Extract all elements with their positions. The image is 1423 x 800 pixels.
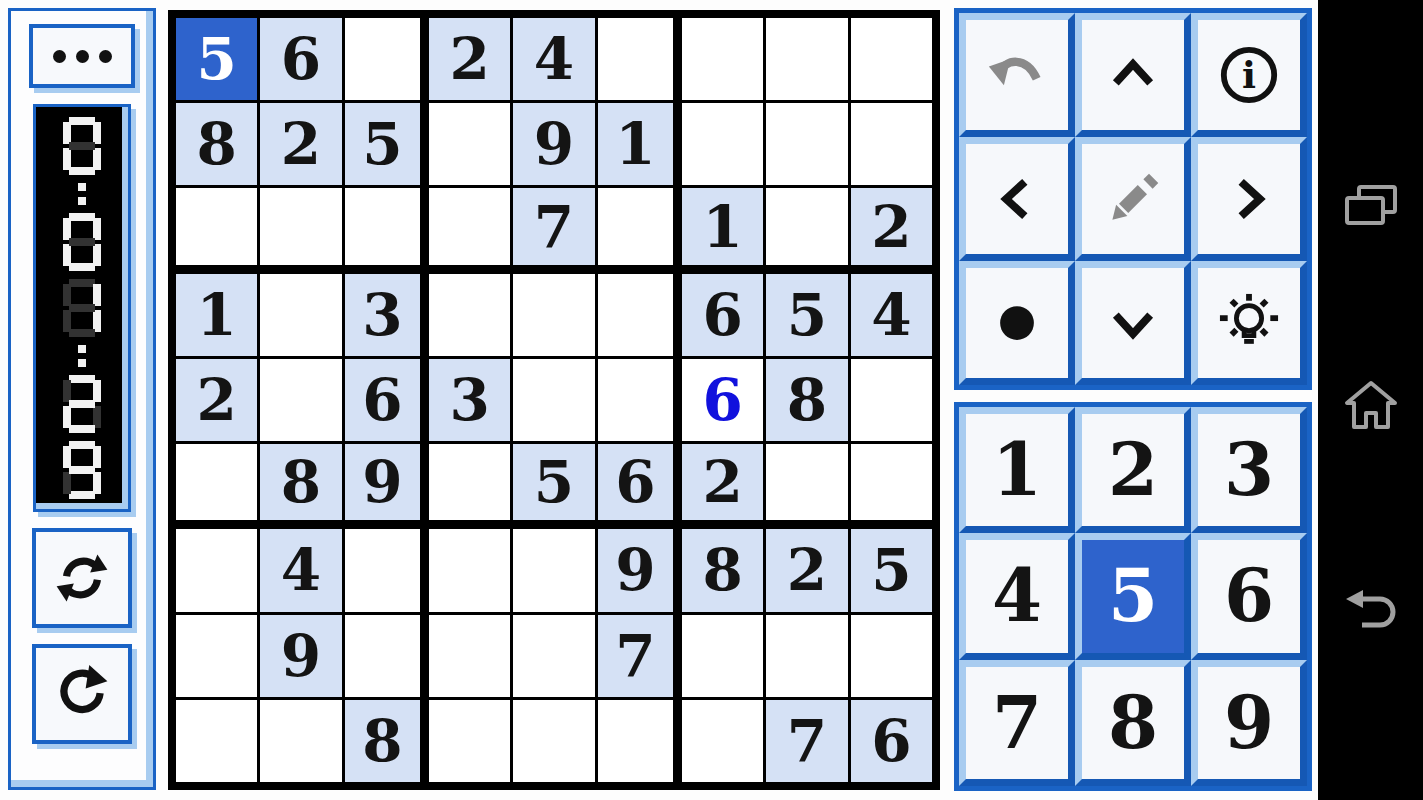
left-toolbar	[8, 8, 156, 790]
cell-r5c3[interactable]: 6	[345, 359, 426, 441]
cell-r7c1[interactable]	[176, 529, 257, 611]
cell-r7c7[interactable]: 8	[682, 529, 763, 611]
cell-r5c5[interactable]	[513, 359, 594, 441]
cell-r2c1[interactable]: 8	[176, 103, 257, 185]
cell-r1c1[interactable]: 5	[176, 18, 257, 100]
info-button[interactable]: i	[1191, 13, 1307, 137]
redo-button[interactable]	[32, 644, 132, 744]
cell-r7c6[interactable]: 9	[598, 529, 679, 611]
cell-r9c1[interactable]	[176, 700, 257, 782]
chevron-right-icon	[1224, 174, 1274, 224]
clock-digit-0	[63, 117, 101, 175]
cell-r9c3[interactable]: 8	[345, 700, 426, 782]
cell-r5c6[interactable]	[598, 359, 679, 441]
cell-r2c4[interactable]	[429, 103, 510, 185]
numpad-key-8[interactable]: 8	[1075, 660, 1191, 786]
cell-r6c6[interactable]: 6	[598, 444, 679, 526]
cell-r9c2[interactable]	[260, 700, 341, 782]
cell-r9c5[interactable]	[513, 700, 594, 782]
cell-r6c1[interactable]	[176, 444, 257, 526]
pencil-icon	[1103, 169, 1163, 229]
cell-r1c8[interactable]	[766, 18, 847, 100]
cell-r2c5[interactable]: 9	[513, 103, 594, 185]
undo-icon	[987, 45, 1047, 105]
clock-colon	[63, 343, 101, 369]
recent-apps-icon	[1343, 185, 1399, 229]
back-button[interactable]	[1318, 575, 1423, 645]
cell-r3c9[interactable]: 2	[851, 188, 932, 270]
cell-r8c7[interactable]	[682, 615, 763, 697]
clock-digit-9	[63, 441, 101, 499]
cell-r5c4[interactable]: 3	[429, 359, 510, 441]
numpad-key-2[interactable]: 2	[1075, 407, 1191, 533]
cell-r7c4[interactable]	[429, 529, 510, 611]
more-options-icon	[53, 50, 66, 63]
hint-button[interactable]	[1191, 261, 1307, 385]
restart-sync-icon	[53, 549, 111, 607]
cell-r6c3[interactable]: 9	[345, 444, 426, 526]
cell-r4c3[interactable]: 3	[345, 274, 426, 356]
cell-r4c8[interactable]: 5	[766, 274, 847, 356]
home-icon	[1343, 379, 1399, 431]
cell-r2c6[interactable]: 1	[598, 103, 679, 185]
svg-text:i: i	[1242, 53, 1256, 97]
cell-r2c7[interactable]	[682, 103, 763, 185]
numpad: 123456789	[954, 402, 1312, 791]
cell-r1c7[interactable]	[682, 18, 763, 100]
cell-r8c4[interactable]	[429, 615, 510, 697]
cell-r8c2[interactable]: 9	[260, 615, 341, 697]
cell-r4c5[interactable]	[513, 274, 594, 356]
info-icon: i	[1218, 44, 1280, 106]
move-up-button[interactable]	[1075, 13, 1191, 137]
cell-r3c5[interactable]: 7	[513, 188, 594, 270]
restart-button[interactable]	[32, 528, 132, 628]
numpad-key-3[interactable]: 3	[1191, 407, 1307, 533]
cell-r7c8[interactable]: 2	[766, 529, 847, 611]
cell-r3c3[interactable]	[345, 188, 426, 270]
numpad-key-9[interactable]: 9	[1191, 660, 1307, 786]
cell-r5c9[interactable]	[851, 359, 932, 441]
sudoku-board: 5624825917121365426368895624982597876	[176, 18, 932, 782]
sudoku-app: 5624825917121365426368895624982597876 i	[0, 0, 1423, 800]
cell-r8c1[interactable]	[176, 615, 257, 697]
cell-r4c7[interactable]: 6	[682, 274, 763, 356]
more-options-button[interactable]	[29, 24, 135, 88]
cell-r2c9[interactable]	[851, 103, 932, 185]
clock-digit-2	[63, 375, 101, 433]
cell-r7c9[interactable]: 5	[851, 529, 932, 611]
cell-r3c1[interactable]	[176, 188, 257, 270]
move-left-button[interactable]	[959, 137, 1075, 261]
cell-r4c6[interactable]	[598, 274, 679, 356]
cell-r9c6[interactable]	[598, 700, 679, 782]
cell-r6c7[interactable]: 2	[682, 444, 763, 526]
move-right-button[interactable]	[1191, 137, 1307, 261]
cell-r6c9[interactable]	[851, 444, 932, 526]
cell-r4c1[interactable]: 1	[176, 274, 257, 356]
numpad-key-5[interactable]: 5	[1075, 533, 1191, 659]
recent-apps-button[interactable]	[1318, 172, 1423, 242]
cell-r9c4[interactable]	[429, 700, 510, 782]
cell-r4c2[interactable]	[260, 274, 341, 356]
numpad-key-7[interactable]: 7	[959, 660, 1075, 786]
cell-r7c2[interactable]: 4	[260, 529, 341, 611]
lightbulb-hint-icon	[1218, 292, 1280, 354]
clock-colon	[63, 181, 101, 207]
cell-r1c6[interactable]	[598, 18, 679, 100]
cell-r2c3[interactable]: 5	[345, 103, 426, 185]
back-icon	[1342, 589, 1400, 631]
cell-r1c2[interactable]: 6	[260, 18, 341, 100]
numpad-key-1[interactable]: 1	[959, 407, 1075, 533]
clock-display	[33, 104, 131, 512]
cell-r6c4[interactable]	[429, 444, 510, 526]
cell-r1c9[interactable]	[851, 18, 932, 100]
cell-r6c2[interactable]: 8	[260, 444, 341, 526]
cell-r6c5[interactable]: 5	[513, 444, 594, 526]
filled-circle-icon	[987, 293, 1047, 353]
redo-icon	[53, 665, 111, 723]
sudoku-board-frame: 5624825917121365426368895624982597876	[168, 10, 940, 790]
cell-r8c3[interactable]	[345, 615, 426, 697]
chevron-left-icon	[992, 174, 1042, 224]
cell-r8c9[interactable]	[851, 615, 932, 697]
android-navbar	[1318, 0, 1423, 800]
cell-r7c3[interactable]	[345, 529, 426, 611]
clock-digit-0	[63, 213, 101, 271]
cell-r3c2[interactable]	[260, 188, 341, 270]
numpad-key-4[interactable]: 4	[959, 533, 1075, 659]
clock-digit-1	[63, 279, 101, 337]
cell-r7c5[interactable]	[513, 529, 594, 611]
cell-r8c8[interactable]	[766, 615, 847, 697]
cell-r6c8[interactable]	[766, 444, 847, 526]
pencil-notes-button[interactable]	[1075, 137, 1191, 261]
cell-r3c6[interactable]	[598, 188, 679, 270]
cell-r4c4[interactable]	[429, 274, 510, 356]
cell-r9c7[interactable]	[682, 700, 763, 782]
undo-button[interactable]	[959, 13, 1075, 137]
cell-r1c4[interactable]: 2	[429, 18, 510, 100]
cell-r9c9[interactable]: 6	[851, 700, 932, 782]
cell-r4c9[interactable]: 4	[851, 274, 932, 356]
cell-r9c8[interactable]: 7	[766, 700, 847, 782]
cell-r5c8[interactable]: 8	[766, 359, 847, 441]
move-down-button[interactable]	[1075, 261, 1191, 385]
control-pad: i	[954, 8, 1312, 390]
fill-cell-button[interactable]	[959, 261, 1075, 385]
cell-r3c4[interactable]	[429, 188, 510, 270]
chevron-down-icon	[1108, 298, 1158, 348]
cell-r5c7[interactable]: 6	[682, 359, 763, 441]
cell-r1c5[interactable]: 4	[513, 18, 594, 100]
cell-r8c6[interactable]: 7	[598, 615, 679, 697]
cell-r3c8[interactable]	[766, 188, 847, 270]
cell-r5c1[interactable]: 2	[176, 359, 257, 441]
cell-r8c5[interactable]	[513, 615, 594, 697]
cell-r3c7[interactable]: 1	[682, 188, 763, 270]
home-button[interactable]	[1318, 370, 1423, 440]
chevron-up-icon	[1108, 50, 1158, 100]
cell-r2c2[interactable]: 2	[260, 103, 341, 185]
cell-r2c8[interactable]	[766, 103, 847, 185]
cell-r1c3[interactable]	[345, 18, 426, 100]
numpad-key-6[interactable]: 6	[1191, 533, 1307, 659]
cell-r5c2[interactable]	[260, 359, 341, 441]
